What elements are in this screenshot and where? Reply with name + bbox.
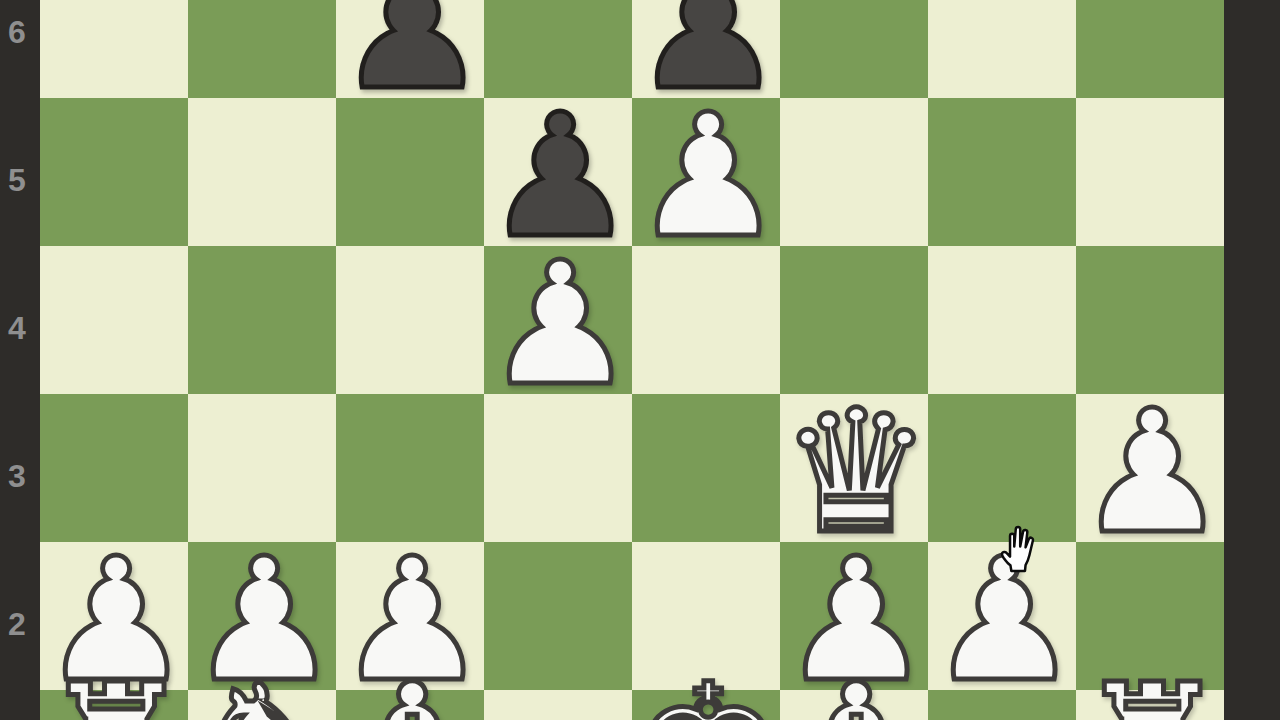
square-e6[interactable]: ♟ — [632, 0, 780, 98]
square-c1[interactable]: ♝ — [336, 690, 484, 720]
square-d4[interactable]: ♟ — [484, 246, 632, 394]
white-queen[interactable]: ♛ — [780, 398, 928, 546]
square-h4[interactable] — [1076, 246, 1224, 394]
white-pawn[interactable]: ♟ — [1076, 398, 1224, 546]
chess-app-stage: ♟♟♟♟♟♛♟♟♟♟♟♟♜♞♝♚♝♜ 65432 — [0, 0, 1280, 720]
square-h3[interactable]: ♟ — [1076, 394, 1224, 542]
white-pawn[interactable]: ♟ — [780, 546, 928, 694]
square-f4[interactable] — [780, 246, 928, 394]
square-g6[interactable] — [928, 0, 1076, 98]
black-pawn[interactable]: ♟ — [484, 102, 632, 250]
square-c3[interactable] — [336, 394, 484, 542]
square-e5[interactable]: ♟ — [632, 98, 780, 246]
square-b5[interactable] — [188, 98, 336, 246]
square-b3[interactable] — [188, 394, 336, 542]
square-b2[interactable]: ♟ — [188, 542, 336, 690]
white-pawn[interactable]: ♟ — [484, 250, 632, 398]
square-a6[interactable] — [40, 0, 188, 98]
square-c2[interactable]: ♟ — [336, 542, 484, 690]
square-h1[interactable]: ♜ — [1076, 690, 1224, 720]
square-f2[interactable]: ♟ — [780, 542, 928, 690]
white-pawn[interactable]: ♟ — [336, 546, 484, 694]
square-d1[interactable] — [484, 690, 632, 720]
square-h2[interactable] — [1076, 542, 1224, 690]
square-a2[interactable]: ♟ — [40, 542, 188, 690]
square-g2[interactable]: ♟ — [928, 542, 1076, 690]
square-f3[interactable]: ♛ — [780, 394, 928, 542]
white-pawn[interactable]: ♟ — [928, 546, 1076, 694]
square-b6[interactable] — [188, 0, 336, 98]
rank-label-4: 4 — [0, 254, 34, 402]
square-c5[interactable] — [336, 98, 484, 246]
square-a3[interactable] — [40, 394, 188, 542]
square-h5[interactable] — [1076, 98, 1224, 246]
square-e2[interactable] — [632, 542, 780, 690]
square-g1[interactable] — [928, 690, 1076, 720]
black-pawn[interactable]: ♟ — [336, 0, 484, 102]
chess-board: ♟♟♟♟♟♛♟♟♟♟♟♟♜♞♝♚♝♜ — [40, 0, 1224, 720]
square-e4[interactable] — [632, 246, 780, 394]
square-e1[interactable]: ♚ — [632, 690, 780, 720]
square-g3[interactable] — [928, 394, 1076, 542]
square-a5[interactable] — [40, 98, 188, 246]
square-f5[interactable] — [780, 98, 928, 246]
square-b4[interactable] — [188, 246, 336, 394]
rank-label-2: 2 — [0, 550, 34, 698]
square-a1[interactable]: ♜ — [40, 690, 188, 720]
white-pawn[interactable]: ♟ — [188, 546, 336, 694]
square-a4[interactable] — [40, 246, 188, 394]
square-d6[interactable] — [484, 0, 632, 98]
square-d2[interactable] — [484, 542, 632, 690]
square-f1[interactable]: ♝ — [780, 690, 928, 720]
square-d5[interactable]: ♟ — [484, 98, 632, 246]
square-d3[interactable] — [484, 394, 632, 542]
rank-label-3: 3 — [0, 402, 34, 550]
rank-label-6: 6 — [0, 0, 34, 106]
square-h6[interactable] — [1076, 0, 1224, 98]
black-pawn[interactable]: ♟ — [632, 0, 780, 102]
square-g5[interactable] — [928, 98, 1076, 246]
square-c6[interactable]: ♟ — [336, 0, 484, 98]
square-b1[interactable]: ♞ — [188, 690, 336, 720]
square-c4[interactable] — [336, 246, 484, 394]
square-g4[interactable] — [928, 246, 1076, 394]
rank-label-5: 5 — [0, 106, 34, 254]
white-pawn[interactable]: ♟ — [632, 102, 780, 250]
square-f6[interactable] — [780, 0, 928, 98]
square-e3[interactable] — [632, 394, 780, 542]
white-pawn[interactable]: ♟ — [40, 546, 188, 694]
